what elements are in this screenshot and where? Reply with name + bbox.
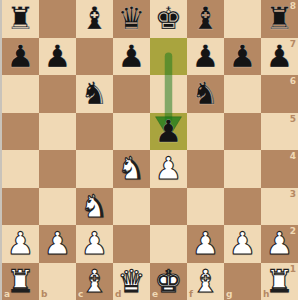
square-c4[interactable]: [76, 150, 113, 188]
black-pawn: ♟: [229, 38, 257, 76]
file-label-e: e: [152, 290, 158, 299]
file-label-g: g: [226, 290, 232, 299]
white-pawn: ♟: [44, 225, 72, 263]
black-pawn: ♟: [118, 38, 146, 76]
square-a6[interactable]: [2, 75, 39, 113]
square-c6[interactable]: ♞: [76, 75, 113, 113]
white-knight: ♞: [81, 188, 109, 226]
square-h4[interactable]: 4: [261, 150, 298, 188]
square-g2[interactable]: ♟: [224, 225, 261, 263]
square-h1[interactable]: ♜1h: [261, 263, 298, 300]
square-h3[interactable]: 3: [261, 188, 298, 226]
square-g6[interactable]: [224, 75, 261, 113]
square-e2[interactable]: [150, 225, 187, 263]
white-pawn: ♟: [7, 225, 35, 263]
black-pawn: ♟: [44, 38, 72, 76]
black-pawn: ♟: [155, 113, 183, 151]
square-g5[interactable]: [224, 113, 261, 151]
square-a8[interactable]: ♜: [2, 0, 39, 38]
file-label-c: c: [78, 290, 83, 299]
square-e8[interactable]: ♚: [150, 0, 187, 38]
square-h8[interactable]: ♜8: [261, 0, 298, 38]
white-pawn: ♟: [155, 150, 183, 188]
white-rook: ♜: [7, 263, 35, 300]
square-e7[interactable]: [150, 38, 187, 76]
square-d4[interactable]: ♞: [113, 150, 150, 188]
white-bishop: ♝: [192, 263, 220, 300]
square-c1[interactable]: ♝c: [76, 263, 113, 300]
file-label-d: d: [115, 290, 121, 299]
square-h6[interactable]: 6: [261, 75, 298, 113]
square-d2[interactable]: [113, 225, 150, 263]
square-a4[interactable]: [2, 150, 39, 188]
square-f2[interactable]: ♟: [187, 225, 224, 263]
black-knight: ♞: [192, 75, 220, 113]
rank-label-7: 7: [290, 40, 296, 49]
white-pawn: ♟: [229, 225, 257, 263]
square-d7[interactable]: ♟: [113, 38, 150, 76]
square-c3[interactable]: ♞: [76, 188, 113, 226]
square-d1[interactable]: ♛d: [113, 263, 150, 300]
black-king: ♚: [155, 0, 183, 38]
white-rook: ♜: [266, 263, 294, 300]
square-c5[interactable]: [76, 113, 113, 151]
black-rook: ♜: [266, 0, 294, 38]
square-g3[interactable]: [224, 188, 261, 226]
square-f6[interactable]: ♞: [187, 75, 224, 113]
square-b2[interactable]: ♟: [39, 225, 76, 263]
black-bishop: ♝: [81, 0, 109, 38]
square-b7[interactable]: ♟: [39, 38, 76, 76]
square-c7[interactable]: [76, 38, 113, 76]
square-g1[interactable]: g: [224, 263, 261, 300]
square-a3[interactable]: [2, 188, 39, 226]
square-c8[interactable]: ♝: [76, 0, 113, 38]
square-g4[interactable]: [224, 150, 261, 188]
square-a7[interactable]: ♟: [2, 38, 39, 76]
square-b5[interactable]: [39, 113, 76, 151]
rank-label-2: 2: [290, 227, 296, 236]
black-rook: ♜: [7, 0, 35, 38]
square-c2[interactable]: ♟: [76, 225, 113, 263]
square-f3[interactable]: [187, 188, 224, 226]
square-d5[interactable]: [113, 113, 150, 151]
white-king: ♚: [155, 263, 183, 300]
square-b1[interactable]: b: [39, 263, 76, 300]
square-g8[interactable]: [224, 0, 261, 38]
square-b4[interactable]: [39, 150, 76, 188]
square-a1[interactable]: ♜a: [2, 263, 39, 300]
square-e5[interactable]: ♟: [150, 113, 187, 151]
chess-board-frame: ♜♝♛♚♝♜8♟♟♟♟♟♟7♞♞6♟5♞♟4♞3♟♟♟♟♟♟2♜ab♝c♛d♚e…: [0, 0, 298, 300]
file-label-f: f: [189, 290, 193, 299]
square-d3[interactable]: [113, 188, 150, 226]
square-g7[interactable]: ♟: [224, 38, 261, 76]
rank-label-4: 4: [290, 152, 296, 161]
white-pawn: ♟: [266, 225, 294, 263]
rank-label-6: 6: [290, 77, 296, 86]
square-f7[interactable]: ♟: [187, 38, 224, 76]
square-e3[interactable]: [150, 188, 187, 226]
square-f4[interactable]: [187, 150, 224, 188]
rank-label-1: 1: [290, 265, 296, 274]
square-f1[interactable]: ♝f: [187, 263, 224, 300]
square-f5[interactable]: [187, 113, 224, 151]
white-knight: ♞: [118, 150, 146, 188]
file-label-b: b: [41, 290, 47, 299]
rank-label-8: 8: [290, 2, 296, 11]
white-queen: ♛: [118, 263, 146, 300]
square-h2[interactable]: ♟2: [261, 225, 298, 263]
white-pawn: ♟: [81, 225, 109, 263]
square-e4[interactable]: ♟: [150, 150, 187, 188]
square-h5[interactable]: 5: [261, 113, 298, 151]
square-d6[interactable]: [113, 75, 150, 113]
white-pawn: ♟: [192, 225, 220, 263]
file-label-a: a: [4, 290, 10, 299]
black-pawn: ♟: [266, 38, 294, 76]
square-h7[interactable]: ♟7: [261, 38, 298, 76]
square-f8[interactable]: ♝: [187, 0, 224, 38]
rank-label-5: 5: [290, 115, 296, 124]
square-a2[interactable]: ♟: [2, 225, 39, 263]
square-d8[interactable]: ♛: [113, 0, 150, 38]
square-e1[interactable]: ♚e: [150, 263, 187, 300]
black-bishop: ♝: [192, 0, 220, 38]
white-bishop: ♝: [81, 263, 109, 300]
black-queen: ♛: [118, 0, 146, 38]
black-knight: ♞: [81, 75, 109, 113]
square-b3[interactable]: [39, 188, 76, 226]
black-pawn: ♟: [7, 38, 35, 76]
rank-label-3: 3: [290, 190, 296, 199]
square-b8[interactable]: [39, 0, 76, 38]
black-pawn: ♟: [192, 38, 220, 76]
chess-board: ♜♝♛♚♝♜8♟♟♟♟♟♟7♞♞6♟5♞♟4♞3♟♟♟♟♟♟2♜ab♝c♛d♚e…: [2, 0, 298, 300]
file-label-h: h: [263, 290, 269, 299]
square-a5[interactable]: [2, 113, 39, 151]
square-b6[interactable]: [39, 75, 76, 113]
square-e6[interactable]: [150, 75, 187, 113]
